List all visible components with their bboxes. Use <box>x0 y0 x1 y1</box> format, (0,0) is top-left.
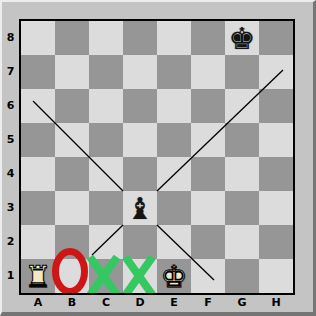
square-c4[interactable] <box>89 157 123 191</box>
square-f1[interactable] <box>191 259 225 293</box>
rank-label-1: 1 <box>2 259 19 293</box>
rank-label-4: 4 <box>2 157 19 191</box>
rank-label-8: 8 <box>2 21 19 55</box>
square-e5[interactable] <box>157 123 191 157</box>
square-g5[interactable] <box>225 123 259 157</box>
file-label-e: E <box>157 295 191 313</box>
square-f2[interactable] <box>191 225 225 259</box>
black-bishop-d3[interactable]: ♝ <box>123 191 157 225</box>
square-b4[interactable] <box>55 157 89 191</box>
square-d5[interactable] <box>123 123 157 157</box>
square-a2[interactable] <box>21 225 55 259</box>
square-d6[interactable] <box>123 89 157 123</box>
square-b6[interactable] <box>55 89 89 123</box>
square-c5[interactable] <box>89 123 123 157</box>
square-f7[interactable] <box>191 55 225 89</box>
square-h6[interactable] <box>259 89 293 123</box>
square-f4[interactable] <box>191 157 225 191</box>
white-king-e1[interactable]: ♚ <box>157 259 191 293</box>
square-h3[interactable] <box>259 191 293 225</box>
square-h8[interactable] <box>259 21 293 55</box>
square-c3[interactable] <box>89 191 123 225</box>
square-g6[interactable] <box>225 89 259 123</box>
square-c7[interactable] <box>89 55 123 89</box>
square-d2[interactable] <box>123 225 157 259</box>
file-labels: ABCDEFGH <box>21 295 293 313</box>
square-h2[interactable] <box>259 225 293 259</box>
rank-label-5: 5 <box>2 123 19 157</box>
square-h7[interactable] <box>259 55 293 89</box>
square-g1[interactable] <box>225 259 259 293</box>
file-label-d: D <box>123 295 157 313</box>
file-label-f: F <box>191 295 225 313</box>
square-b7[interactable] <box>55 55 89 89</box>
square-b3[interactable] <box>55 191 89 225</box>
square-d8[interactable] <box>123 21 157 55</box>
square-g3[interactable] <box>225 191 259 225</box>
square-d4[interactable] <box>123 157 157 191</box>
rank-label-2: 2 <box>2 225 19 259</box>
square-e2[interactable] <box>157 225 191 259</box>
square-b8[interactable] <box>55 21 89 55</box>
square-e7[interactable] <box>157 55 191 89</box>
square-e3[interactable] <box>157 191 191 225</box>
rank-label-3: 3 <box>2 191 19 225</box>
square-g7[interactable] <box>225 55 259 89</box>
square-d7[interactable] <box>123 55 157 89</box>
square-b1[interactable] <box>55 259 89 293</box>
square-g4[interactable] <box>225 157 259 191</box>
square-e4[interactable] <box>157 157 191 191</box>
square-f3[interactable] <box>191 191 225 225</box>
rank-label-6: 6 <box>2 89 19 123</box>
square-b2[interactable] <box>55 225 89 259</box>
white-rook-a1[interactable]: ♜ <box>21 259 55 293</box>
square-c2[interactable] <box>89 225 123 259</box>
square-a8[interactable] <box>21 21 55 55</box>
square-f5[interactable] <box>191 123 225 157</box>
square-c1[interactable] <box>89 259 123 293</box>
square-d1[interactable] <box>123 259 157 293</box>
square-a7[interactable] <box>21 55 55 89</box>
file-label-g: G <box>225 295 259 313</box>
square-h5[interactable] <box>259 123 293 157</box>
square-a5[interactable] <box>21 123 55 157</box>
square-h4[interactable] <box>259 157 293 191</box>
square-c8[interactable] <box>89 21 123 55</box>
square-a3[interactable] <box>21 191 55 225</box>
square-g2[interactable] <box>225 225 259 259</box>
board <box>19 19 295 295</box>
rank-label-7: 7 <box>2 55 19 89</box>
chess-diagram-panel: 87654321 ABCDEFGH ♚♝♜♚ <box>0 0 316 316</box>
file-label-c: C <box>89 295 123 313</box>
rank-labels: 87654321 <box>2 21 19 293</box>
square-h1[interactable] <box>259 259 293 293</box>
square-e8[interactable] <box>157 21 191 55</box>
square-c6[interactable] <box>89 89 123 123</box>
square-a6[interactable] <box>21 89 55 123</box>
file-label-b: B <box>55 295 89 313</box>
file-label-a: A <box>21 295 55 313</box>
square-b5[interactable] <box>55 123 89 157</box>
black-king-g8[interactable]: ♚ <box>225 21 259 55</box>
square-f6[interactable] <box>191 89 225 123</box>
square-a4[interactable] <box>21 157 55 191</box>
file-label-h: H <box>259 295 293 313</box>
square-f8[interactable] <box>191 21 225 55</box>
square-e6[interactable] <box>157 89 191 123</box>
